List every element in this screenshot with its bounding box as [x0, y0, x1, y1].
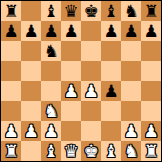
- black-pawn-icon[interactable]: ♟: [3, 21, 18, 41]
- square-d5[interactable]: [61, 61, 81, 81]
- square-g5[interactable]: [121, 61, 141, 81]
- black-rook-icon[interactable]: ♜: [143, 1, 158, 21]
- square-d8[interactable]: ♛: [61, 1, 81, 21]
- square-g2[interactable]: ♟: [121, 121, 141, 141]
- white-pawn-icon[interactable]: ♟: [63, 81, 78, 101]
- square-d2[interactable]: [61, 121, 81, 141]
- square-e6[interactable]: [81, 41, 101, 61]
- square-d4[interactable]: ♟: [61, 81, 81, 101]
- white-pawn-icon[interactable]: ♟: [23, 121, 38, 141]
- white-king-icon[interactable]: ♚: [83, 141, 98, 161]
- square-a1[interactable]: ♜: [1, 141, 21, 161]
- square-c4[interactable]: [41, 81, 61, 101]
- square-b8[interactable]: [21, 1, 41, 21]
- square-c6[interactable]: ♞: [41, 41, 61, 61]
- square-h5[interactable]: [141, 61, 161, 81]
- square-a8[interactable]: ♜: [1, 1, 21, 21]
- square-d1[interactable]: ♛: [61, 141, 81, 161]
- square-f4[interactable]: ♟: [101, 81, 121, 101]
- square-c2[interactable]: ♟: [41, 121, 61, 141]
- square-b6[interactable]: [21, 41, 41, 61]
- white-knight-icon[interactable]: ♞: [43, 101, 58, 121]
- square-c3[interactable]: ♞: [41, 101, 61, 121]
- black-pawn-icon[interactable]: ♟: [23, 21, 38, 41]
- black-king-icon[interactable]: ♚: [83, 1, 98, 21]
- square-f7[interactable]: ♟: [101, 21, 121, 41]
- white-pawn-icon[interactable]: ♟: [3, 121, 18, 141]
- square-c8[interactable]: ♝: [41, 1, 61, 21]
- square-c5[interactable]: [41, 61, 61, 81]
- square-g7[interactable]: ♟: [121, 21, 141, 41]
- square-d3[interactable]: [61, 101, 81, 121]
- square-b4[interactable]: [21, 81, 41, 101]
- black-knight-icon[interactable]: ♞: [123, 1, 138, 21]
- black-pawn-icon[interactable]: ♟: [43, 21, 58, 41]
- white-pawn-icon[interactable]: ♟: [43, 121, 58, 141]
- square-a4[interactable]: [1, 81, 21, 101]
- black-queen-icon[interactable]: ♛: [63, 1, 78, 21]
- square-g3[interactable]: [121, 101, 141, 121]
- square-a5[interactable]: [1, 61, 21, 81]
- square-e3[interactable]: [81, 101, 101, 121]
- square-d7[interactable]: ♟: [61, 21, 81, 41]
- square-h4[interactable]: [141, 81, 161, 101]
- black-pawn-icon[interactable]: ♟: [103, 21, 118, 41]
- square-c7[interactable]: ♟: [41, 21, 61, 41]
- square-c1[interactable]: ♝: [41, 141, 61, 161]
- square-g4[interactable]: [121, 81, 141, 101]
- white-rook-icon[interactable]: ♜: [3, 141, 18, 161]
- white-pawn-icon[interactable]: ♟: [83, 81, 98, 101]
- white-pawn-icon[interactable]: ♟: [123, 121, 138, 141]
- square-d6[interactable]: [61, 41, 81, 61]
- square-h1[interactable]: ♜: [141, 141, 161, 161]
- black-bishop-icon[interactable]: ♝: [43, 1, 58, 21]
- square-f1[interactable]: ♝: [101, 141, 121, 161]
- square-e4[interactable]: ♟: [81, 81, 101, 101]
- black-pawn-icon[interactable]: ♟: [103, 81, 118, 101]
- square-b2[interactable]: ♟: [21, 121, 41, 141]
- square-g1[interactable]: ♞: [121, 141, 141, 161]
- square-f3[interactable]: [101, 101, 121, 121]
- square-f2[interactable]: [101, 121, 121, 141]
- square-f8[interactable]: ♝: [101, 1, 121, 21]
- white-queen-icon[interactable]: ♛: [63, 141, 78, 161]
- white-rook-icon[interactable]: ♜: [143, 141, 158, 161]
- square-h2[interactable]: ♟: [141, 121, 161, 141]
- white-bishop-icon[interactable]: ♝: [103, 141, 118, 161]
- square-b5[interactable]: [21, 61, 41, 81]
- white-bishop-icon[interactable]: ♝: [43, 141, 58, 161]
- black-pawn-icon[interactable]: ♟: [63, 21, 78, 41]
- square-h6[interactable]: [141, 41, 161, 61]
- square-a3[interactable]: [1, 101, 21, 121]
- square-h8[interactable]: ♜: [141, 1, 161, 21]
- square-g8[interactable]: ♞: [121, 1, 141, 21]
- square-a7[interactable]: ♟: [1, 21, 21, 41]
- square-e1[interactable]: ♚: [81, 141, 101, 161]
- square-b3[interactable]: [21, 101, 41, 121]
- black-bishop-icon[interactable]: ♝: [103, 1, 118, 21]
- black-rook-icon[interactable]: ♜: [3, 1, 18, 21]
- square-b7[interactable]: ♟: [21, 21, 41, 41]
- white-pawn-icon[interactable]: ♟: [143, 121, 158, 141]
- square-e5[interactable]: [81, 61, 101, 81]
- square-b1[interactable]: [21, 141, 41, 161]
- square-e7[interactable]: [81, 21, 101, 41]
- square-a2[interactable]: ♟: [1, 121, 21, 141]
- square-g6[interactable]: [121, 41, 141, 61]
- square-e8[interactable]: ♚: [81, 1, 101, 21]
- square-f6[interactable]: [101, 41, 121, 61]
- black-pawn-icon[interactable]: ♟: [143, 21, 158, 41]
- square-f5[interactable]: [101, 61, 121, 81]
- chess-board: ♜♝♛♚♝♞♜♟♟♟♟♟♟♟♞♟♟♟♞♟♟♟♟♟♜♝♛♚♝♞♜: [0, 0, 162, 162]
- square-h7[interactable]: ♟: [141, 21, 161, 41]
- white-knight-icon[interactable]: ♞: [123, 141, 138, 161]
- black-pawn-icon[interactable]: ♟: [123, 21, 138, 41]
- square-h3[interactable]: [141, 101, 161, 121]
- square-e2[interactable]: [81, 121, 101, 141]
- square-a6[interactable]: [1, 41, 21, 61]
- black-knight-icon[interactable]: ♞: [43, 41, 58, 61]
